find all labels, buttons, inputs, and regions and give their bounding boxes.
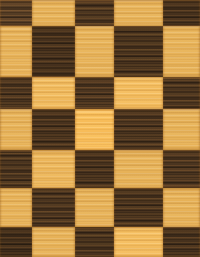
- rug-photo: [0, 0, 200, 257]
- square-r1c3[interactable]: [75, 0, 114, 26]
- square-r7c2[interactable]: [32, 227, 75, 257]
- square-r7c5[interactable]: [163, 227, 200, 257]
- checkerboard: [0, 0, 200, 257]
- square-r5c5[interactable]: [163, 150, 200, 188]
- square-r5c3[interactable]: [75, 150, 114, 188]
- square-r1c1[interactable]: [0, 0, 32, 26]
- square-r7c4[interactable]: [114, 227, 163, 257]
- square-r7c1[interactable]: [0, 227, 32, 257]
- square-r4c5[interactable]: [163, 109, 200, 150]
- square-r2c4[interactable]: [114, 26, 163, 77]
- square-r4c4[interactable]: [114, 109, 163, 150]
- square-r3c4[interactable]: [114, 77, 163, 109]
- square-r3c1[interactable]: [0, 77, 32, 109]
- square-r1c5[interactable]: [163, 0, 200, 26]
- square-r5c4[interactable]: [114, 150, 163, 188]
- square-r2c2[interactable]: [32, 26, 75, 77]
- square-r6c5[interactable]: [163, 188, 200, 227]
- square-r6c4[interactable]: [114, 188, 163, 227]
- square-r4c2[interactable]: [32, 109, 75, 150]
- square-r6c1[interactable]: [0, 188, 32, 227]
- square-r1c2[interactable]: [32, 0, 75, 26]
- square-r5c2[interactable]: [32, 150, 75, 188]
- square-r7c3[interactable]: [75, 227, 114, 257]
- square-r6c3[interactable]: [75, 188, 114, 227]
- square-r6c2[interactable]: [32, 188, 75, 227]
- square-r4c1[interactable]: [0, 109, 32, 150]
- square-r2c1[interactable]: [0, 26, 32, 77]
- square-r1c4[interactable]: [114, 0, 163, 26]
- square-r3c2[interactable]: [32, 77, 75, 109]
- square-r5c1[interactable]: [0, 150, 32, 188]
- square-r4c3[interactable]: [75, 109, 114, 150]
- square-r2c5[interactable]: [163, 26, 200, 77]
- square-r3c5[interactable]: [163, 77, 200, 109]
- square-r2c3[interactable]: [75, 26, 114, 77]
- square-r3c3[interactable]: [75, 77, 114, 109]
